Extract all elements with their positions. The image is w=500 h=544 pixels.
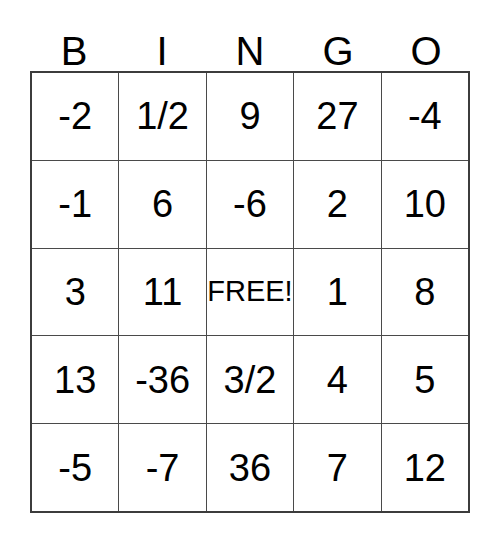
- header-letter-i: I: [118, 31, 206, 71]
- cell-free-space[interactable]: FREE!: [207, 249, 293, 336]
- cell-r3c1[interactable]: -36: [119, 336, 205, 423]
- cell-r0c3[interactable]: 27: [294, 73, 380, 160]
- cell-r3c4[interactable]: 5: [382, 336, 468, 423]
- cell-r3c2[interactable]: 3/2: [207, 336, 293, 423]
- header-letter-g: G: [294, 31, 382, 71]
- cell-r2c4[interactable]: 8: [382, 249, 468, 336]
- bingo-card-page: B I N G O -2 1/2 9 27 -4 -1 6 -6 2 10 3 …: [0, 0, 500, 544]
- bingo-header: B I N G O: [30, 0, 470, 71]
- cell-r1c2[interactable]: -6: [207, 161, 293, 248]
- cell-r4c1[interactable]: -7: [119, 424, 205, 511]
- cell-r1c0[interactable]: -1: [32, 161, 118, 248]
- cell-r1c1[interactable]: 6: [119, 161, 205, 248]
- cell-r2c0[interactable]: 3: [32, 249, 118, 336]
- cell-r3c0[interactable]: 13: [32, 336, 118, 423]
- cell-r1c4[interactable]: 10: [382, 161, 468, 248]
- header-letter-n: N: [206, 31, 294, 71]
- cell-r0c4[interactable]: -4: [382, 73, 468, 160]
- cell-r0c1[interactable]: 1/2: [119, 73, 205, 160]
- header-letter-o: O: [382, 31, 470, 71]
- cell-r4c2[interactable]: 36: [207, 424, 293, 511]
- cell-r4c3[interactable]: 7: [294, 424, 380, 511]
- cell-r0c0[interactable]: -2: [32, 73, 118, 160]
- bingo-card: B I N G O -2 1/2 9 27 -4 -1 6 -6 2 10 3 …: [30, 0, 470, 513]
- cell-r3c3[interactable]: 4: [294, 336, 380, 423]
- cell-r2c1[interactable]: 11: [119, 249, 205, 336]
- cell-r2c3[interactable]: 1: [294, 249, 380, 336]
- cell-r0c2[interactable]: 9: [207, 73, 293, 160]
- bingo-grid: -2 1/2 9 27 -4 -1 6 -6 2 10 3 11 FREE! 1…: [30, 71, 470, 513]
- cell-r4c4[interactable]: 12: [382, 424, 468, 511]
- header-letter-b: B: [30, 31, 118, 71]
- cell-r1c3[interactable]: 2: [294, 161, 380, 248]
- cell-r4c0[interactable]: -5: [32, 424, 118, 511]
